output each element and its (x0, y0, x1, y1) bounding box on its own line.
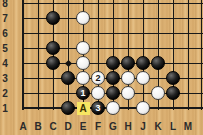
coordinate-row-8: 8 (0, 0, 12, 9)
white-stone-F2[interactable] (91, 86, 105, 100)
coordinate-row-1: 1 (0, 103, 12, 114)
black-stone-C5[interactable] (46, 41, 60, 55)
white-stone-F3[interactable]: 2 (91, 71, 105, 85)
coordinate-column-K: K (151, 121, 165, 132)
coordinate-row-2: 2 (0, 88, 12, 99)
coordinate-column-L: L (166, 121, 180, 132)
coordinate-column-G: G (106, 121, 120, 132)
black-stone-C4[interactable] (46, 56, 60, 70)
coordinate-column-A: A (16, 121, 30, 132)
coordinate-row-4: 4 (0, 58, 12, 69)
coordinate-column-M: M (181, 121, 195, 132)
coordinate-row-3: 3 (0, 73, 12, 84)
white-stone-E5[interactable] (76, 41, 90, 55)
coordinate-column-H: H (121, 121, 135, 132)
black-stone-L3[interactable] (166, 71, 180, 85)
black-stone-E2[interactable]: 1 (76, 86, 90, 100)
black-stone-D1[interactable] (61, 101, 75, 115)
coordinate-column-B: B (31, 121, 45, 132)
grid-line-horizontal-6 (22, 33, 203, 34)
white-stone-J3[interactable] (136, 71, 150, 85)
black-stone-H4[interactable] (121, 56, 135, 70)
black-stone-L2[interactable] (166, 86, 180, 100)
coordinate-row-7: 7 (0, 13, 12, 24)
coordinate-column-C: C (46, 121, 60, 132)
coordinate-column-E: E (76, 121, 90, 132)
black-stone-G2[interactable] (106, 86, 120, 100)
coordinate-column-J: J (136, 121, 150, 132)
white-stone-K2[interactable] (151, 86, 165, 100)
white-stone-G1[interactable] (106, 101, 120, 115)
black-stone-G4[interactable] (106, 56, 120, 70)
coordinate-row-5: 5 (0, 43, 12, 54)
white-stone-E4[interactable] (76, 56, 90, 70)
black-stone-C7[interactable] (46, 11, 60, 25)
white-stone-H3[interactable] (121, 71, 135, 85)
black-stone-F1[interactable]: 3 (91, 101, 105, 115)
coordinate-column-F: F (91, 121, 105, 132)
coordinate-row-6: 6 (0, 28, 12, 39)
black-stone-G3[interactable] (106, 71, 120, 85)
grid-line-horizontal-8 (22, 3, 203, 4)
white-stone-H2[interactable] (121, 86, 135, 100)
star-point-D4 (64, 59, 71, 66)
black-stone-J4[interactable] (136, 56, 150, 70)
go-board: A213ABCDEFGHJKLM87654321 (0, 0, 203, 135)
coordinate-column-D: D (61, 121, 75, 132)
white-stone-E3[interactable] (76, 71, 90, 85)
white-stone-J1[interactable] (136, 101, 150, 115)
white-stone-E7[interactable] (76, 11, 90, 25)
black-stone-K4[interactable] (151, 56, 165, 70)
black-stone-D3[interactable] (61, 71, 75, 85)
point-label-E1[interactable]: A (77, 102, 90, 115)
